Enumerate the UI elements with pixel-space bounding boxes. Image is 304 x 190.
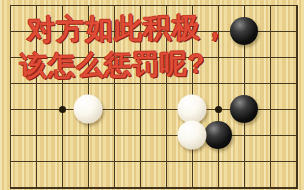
- board-cell: [88, 135, 114, 161]
- board-cell: [218, 161, 244, 187]
- white-stone: [178, 95, 207, 124]
- black-stone: [230, 17, 258, 45]
- board-cell: [114, 31, 140, 57]
- star-point: [59, 106, 66, 113]
- board-cell: [270, 83, 296, 109]
- board-cell: [36, 161, 62, 187]
- board-cell: [270, 57, 296, 83]
- board-cell: [140, 31, 166, 57]
- board-cell: [192, 31, 218, 57]
- board-cell: [270, 31, 296, 57]
- board-cell: [114, 83, 140, 109]
- board-cell: [62, 5, 88, 31]
- board-cell: [140, 161, 166, 187]
- board-cell: [270, 161, 296, 187]
- board-cell: [114, 161, 140, 187]
- board-cell: [192, 57, 218, 83]
- board-cell: [10, 109, 36, 135]
- board-cell: [36, 31, 62, 57]
- board-cell: [114, 135, 140, 161]
- board-cell: [244, 57, 270, 83]
- board-cell: [114, 57, 140, 83]
- board-cell: [10, 83, 36, 109]
- board-cell: [62, 57, 88, 83]
- board-cell: [140, 57, 166, 83]
- board-cell: [36, 135, 62, 161]
- white-stone: [178, 121, 207, 150]
- board-cell: [166, 161, 192, 187]
- board-cell: [10, 57, 36, 83]
- board-cell: [166, 31, 192, 57]
- board-cell: [36, 57, 62, 83]
- board-cell: [166, 5, 192, 31]
- board-cell: [10, 135, 36, 161]
- board-cell: [140, 135, 166, 161]
- white-stone: [74, 95, 103, 124]
- board-cell: [270, 5, 296, 31]
- board-cell: [192, 5, 218, 31]
- board-cell: [36, 109, 62, 135]
- board-cell: [88, 161, 114, 187]
- board-cell: [36, 83, 62, 109]
- board-cell: [114, 109, 140, 135]
- board-cell: [114, 5, 140, 31]
- board-cell: [62, 135, 88, 161]
- board-cell: [140, 109, 166, 135]
- board-cell: [140, 83, 166, 109]
- go-board: 对方如此积极， 该怎么惩罚呢?: [0, 0, 304, 190]
- board-cell: [62, 31, 88, 57]
- board-cell: [88, 31, 114, 57]
- board-cell: [192, 161, 218, 187]
- board-cell: [10, 31, 36, 57]
- board-cell: [10, 161, 36, 187]
- black-stone: [230, 95, 258, 123]
- board-cell: [10, 5, 36, 31]
- star-point: [215, 106, 222, 113]
- board-cell: [36, 5, 62, 31]
- board-cell: [244, 135, 270, 161]
- board-cell: [166, 57, 192, 83]
- board-cell: [270, 135, 296, 161]
- board-cell: [88, 5, 114, 31]
- black-stone: [204, 121, 232, 149]
- board-cell: [244, 161, 270, 187]
- board-cell: [62, 161, 88, 187]
- board-cell: [270, 109, 296, 135]
- board-cell: [88, 57, 114, 83]
- board-cell: [140, 5, 166, 31]
- board-cell: [218, 57, 244, 83]
